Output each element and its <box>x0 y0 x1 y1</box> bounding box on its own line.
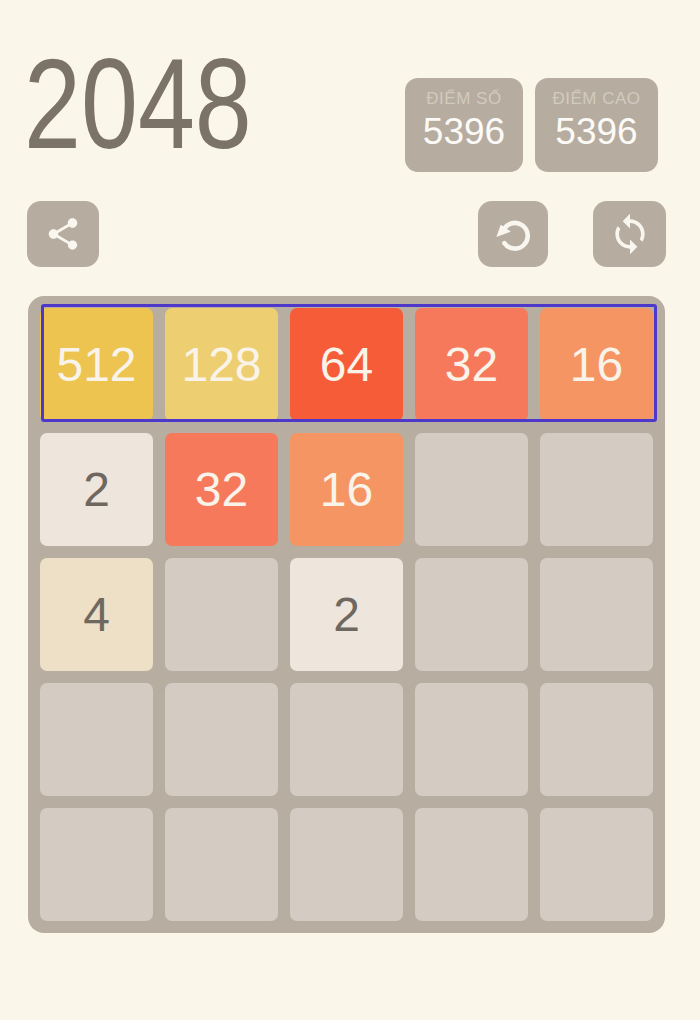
empty-cell-r3c0 <box>40 683 153 796</box>
empty-cell-r4c3 <box>415 808 528 921</box>
empty-cell-r2c1 <box>165 558 278 671</box>
share-icon <box>44 215 82 253</box>
tile-512-r0c0: 512 <box>40 308 153 421</box>
score-label: ĐIỂM SỐ <box>426 89 501 109</box>
score-value: 5396 <box>423 112 505 153</box>
empty-cell-r4c0 <box>40 808 153 921</box>
board[interactable]: 5121286432162321642 <box>28 296 665 933</box>
empty-cell-r3c1 <box>165 683 278 796</box>
tile-2-r1c0: 2 <box>40 433 153 546</box>
tile-64-r0c2: 64 <box>290 308 403 421</box>
tile-16-r1c2: 16 <box>290 433 403 546</box>
empty-cell-r2c4 <box>540 558 653 671</box>
share-button[interactable] <box>27 201 99 267</box>
best-score-box: ĐIỂM CAO 5396 <box>535 78 658 172</box>
undo-button[interactable] <box>478 201 548 267</box>
score-box: ĐIỂM SỐ 5396 <box>405 78 523 172</box>
empty-cell-r4c2 <box>290 808 403 921</box>
tile-128-r0c1: 128 <box>165 308 278 421</box>
restart-button[interactable] <box>593 201 666 267</box>
tile-32-r1c1: 32 <box>165 433 278 546</box>
best-score-value: 5396 <box>555 112 637 153</box>
tile-16-r0c4: 16 <box>540 308 653 421</box>
tile-32-r0c3: 32 <box>415 308 528 421</box>
empty-cell-r4c4 <box>540 808 653 921</box>
undo-icon <box>491 212 535 256</box>
restart-icon <box>608 212 652 256</box>
empty-cell-r3c2 <box>290 683 403 796</box>
app-title: 2048 <box>24 40 252 168</box>
best-score-label: ĐIỂM CAO <box>552 89 640 109</box>
app: 2048 ĐIỂM SỐ 5396 ĐIỂM CAO 5396 <box>0 0 700 1020</box>
empty-cell-r2c3 <box>415 558 528 671</box>
tile-2-r2c2: 2 <box>290 558 403 671</box>
empty-cell-r1c3 <box>415 433 528 546</box>
empty-cell-r1c4 <box>540 433 653 546</box>
empty-cell-r3c3 <box>415 683 528 796</box>
empty-cell-r4c1 <box>165 808 278 921</box>
tile-4-r2c0: 4 <box>40 558 153 671</box>
empty-cell-r3c4 <box>540 683 653 796</box>
